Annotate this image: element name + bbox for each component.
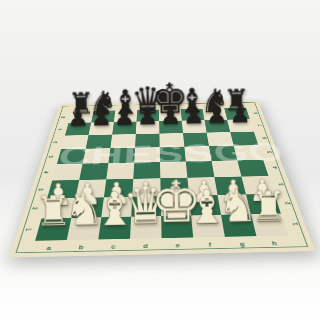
square-b1 <box>67 217 102 240</box>
square-h1 <box>251 213 288 236</box>
rank-labels-left: 12345678 <box>60 100 258 104</box>
file-labels-top: abcdefgh <box>60 100 258 104</box>
square-h8 <box>224 107 250 119</box>
rank-label-8-right: 8 <box>252 112 258 114</box>
square-c7 <box>112 121 136 134</box>
square-e1 <box>161 215 193 238</box>
square-e2 <box>161 195 191 215</box>
chess-board <box>35 107 288 240</box>
file-label-a-bottom: a <box>46 244 52 250</box>
rank-label-3-left: 3 <box>37 188 44 190</box>
file-label-g-top: g <box>211 103 215 106</box>
chess-set-scene: CHESSGO abcdefgh abcdefgh 12345678 12345… <box>0 0 320 320</box>
rank-label-2-right: 2 <box>283 201 291 204</box>
file-label-h-bottom: h <box>271 240 277 246</box>
rank-label-7-right: 7 <box>257 124 263 126</box>
rank-label-5-left: 5 <box>47 155 53 157</box>
square-d1 <box>130 216 162 239</box>
square-b3 <box>75 179 106 198</box>
square-f3 <box>187 177 217 195</box>
square-c3 <box>104 178 133 197</box>
vinyl-roll-up-mat: CHESSGO abcdefgh abcdefgh 12345678 12345… <box>9 100 316 257</box>
square-h3 <box>241 176 274 194</box>
square-a2 <box>41 198 75 219</box>
square-d2 <box>131 196 161 216</box>
square-a8 <box>68 111 93 123</box>
square-d8 <box>136 109 159 121</box>
square-e7 <box>159 120 183 133</box>
square-d7 <box>136 121 160 134</box>
square-b7 <box>89 122 114 135</box>
file-label-b-bottom: b <box>79 244 85 250</box>
file-label-e-bottom: e <box>176 242 181 248</box>
square-a1 <box>35 218 71 241</box>
square-g8 <box>202 108 227 120</box>
board-watermark: CHESSGO <box>55 137 266 171</box>
rank-label-6-left: 6 <box>52 141 58 143</box>
square-f8 <box>181 108 205 120</box>
rank-label-4-left: 4 <box>42 171 49 173</box>
square-e3 <box>160 177 189 195</box>
file-label-h-top: h <box>232 103 236 106</box>
square-a3 <box>47 180 79 199</box>
rank-label-1-right: 1 <box>291 222 299 225</box>
file-label-f-bottom: f <box>208 241 211 247</box>
file-label-b-top: b <box>103 106 107 109</box>
square-h2 <box>246 193 281 213</box>
file-label-g-bottom: g <box>239 240 245 246</box>
square-h7 <box>227 119 254 132</box>
file-label-c-top: c <box>125 105 128 108</box>
square-c1 <box>98 216 131 239</box>
rank-label-6-right: 6 <box>261 137 267 139</box>
square-f7 <box>182 120 207 133</box>
file-label-d-top: d <box>146 105 149 108</box>
file-label-c-bottom: c <box>111 243 116 249</box>
rank-labels-right: 12345678 <box>60 100 258 104</box>
square-c8 <box>114 110 137 122</box>
rank-label-5-right: 5 <box>266 151 273 153</box>
square-a7 <box>65 122 91 135</box>
rank-label-1-left: 1 <box>24 228 32 231</box>
rank-label-4-right: 4 <box>271 166 278 168</box>
file-labels-bottom: abcdefgh <box>60 100 258 104</box>
square-f2 <box>189 195 221 215</box>
rank-label-3-right: 3 <box>277 183 284 185</box>
file-label-f-top: f <box>190 104 192 107</box>
file-label-d-bottom: d <box>143 242 148 248</box>
square-b2 <box>71 197 104 218</box>
file-label-e-top: e <box>168 104 171 107</box>
square-d3 <box>132 178 160 197</box>
rank-label-8-left: 8 <box>60 116 66 118</box>
square-g7 <box>204 119 230 132</box>
square-e8 <box>159 109 182 121</box>
square-b8 <box>91 110 115 122</box>
square-f1 <box>191 214 225 237</box>
rank-label-2-left: 2 <box>31 207 39 210</box>
square-c2 <box>101 196 132 217</box>
rank-label-7-left: 7 <box>56 128 62 130</box>
product-photo-backdrop: CHESSGO abcdefgh abcdefgh 12345678 12345… <box>0 0 320 320</box>
file-label-a-top: a <box>82 106 85 109</box>
